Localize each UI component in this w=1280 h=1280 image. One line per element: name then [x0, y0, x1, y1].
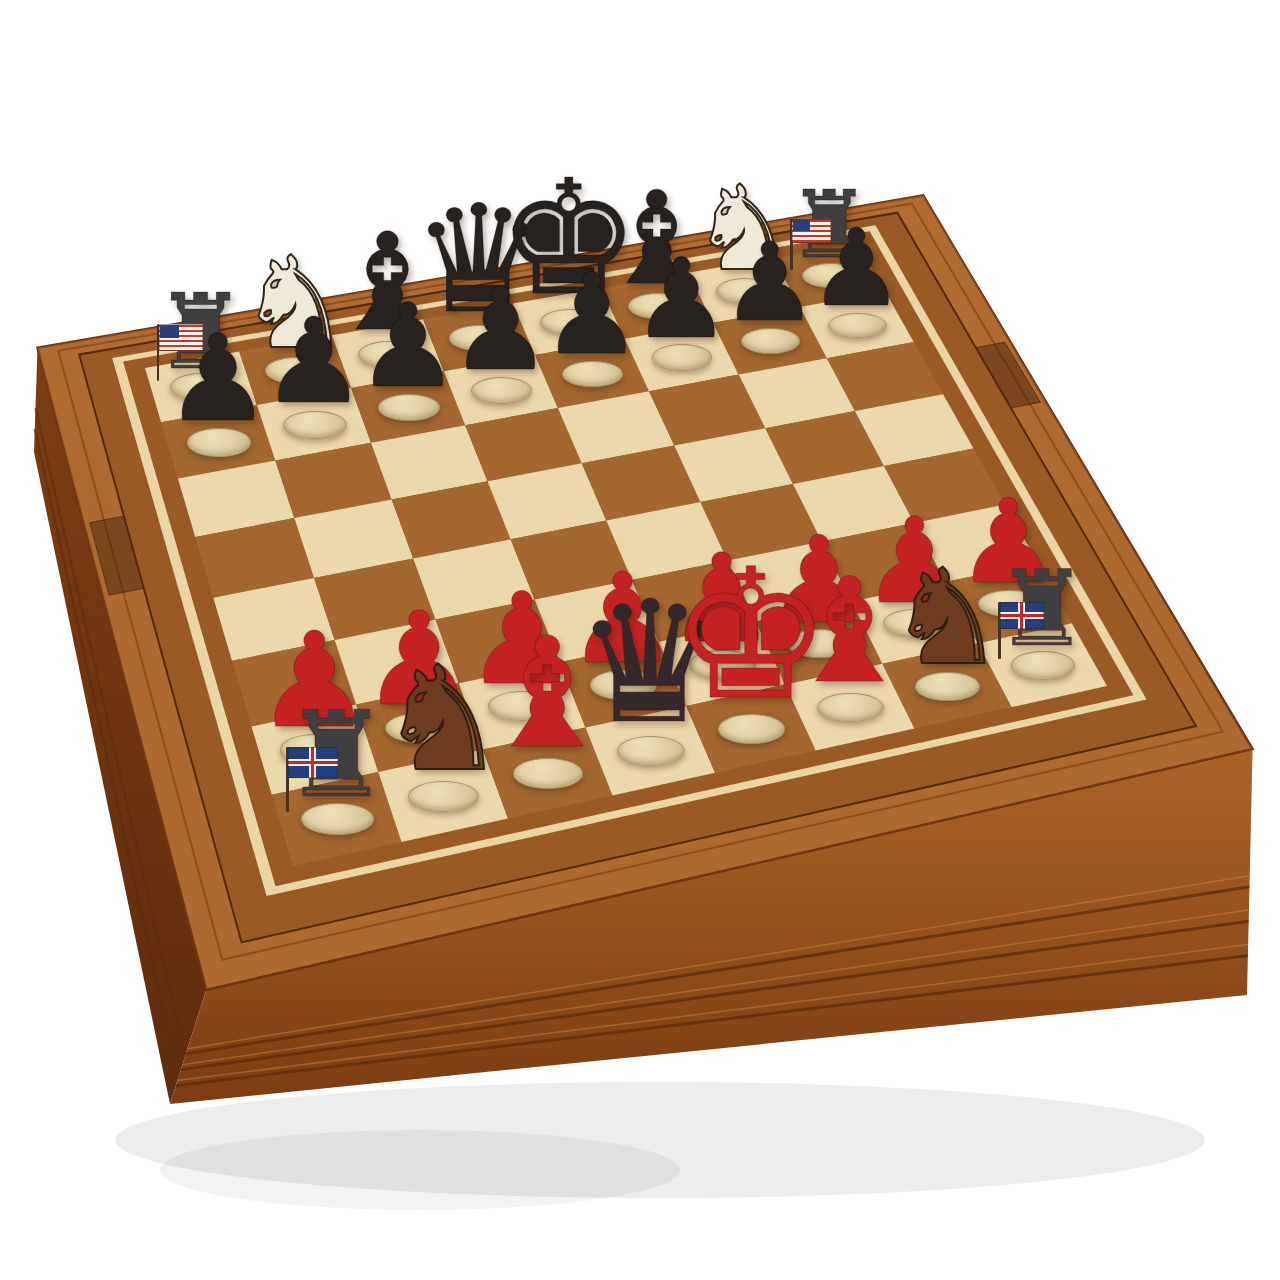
chess-set-photo: ♜♞♝♛♚♝♞♜♟♟♟♟♟♟♟♟♟♟♟♟♟♟♟♟♜♞♝♛♚♝♞♜ — [0, 0, 1280, 1280]
floor-shadow-2 — [160, 1130, 680, 1210]
board-box — [0, 0, 1280, 1280]
